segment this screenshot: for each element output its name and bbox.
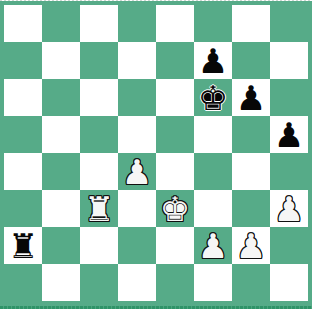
square-a5[interactable] bbox=[4, 116, 42, 153]
square-a2[interactable]: ♜ bbox=[4, 227, 42, 264]
piece-black-pawn[interactable]: ♟ bbox=[274, 118, 304, 152]
square-a8[interactable] bbox=[4, 5, 42, 42]
square-b7[interactable] bbox=[42, 42, 80, 79]
square-b8[interactable] bbox=[42, 5, 80, 42]
square-c8[interactable] bbox=[80, 5, 118, 42]
square-b4[interactable] bbox=[42, 153, 80, 190]
piece-black-king[interactable]: ♚ bbox=[198, 81, 228, 115]
square-e7[interactable] bbox=[156, 42, 194, 79]
square-g6[interactable]: ♟ bbox=[232, 79, 270, 116]
square-g3[interactable] bbox=[232, 190, 270, 227]
square-e1[interactable] bbox=[156, 264, 194, 301]
square-d6[interactable] bbox=[118, 79, 156, 116]
square-c7[interactable] bbox=[80, 42, 118, 79]
square-e6[interactable] bbox=[156, 79, 194, 116]
square-g7[interactable] bbox=[232, 42, 270, 79]
square-c3[interactable]: ♜ bbox=[80, 190, 118, 227]
square-f3[interactable] bbox=[194, 190, 232, 227]
square-b6[interactable] bbox=[42, 79, 80, 116]
square-g5[interactable] bbox=[232, 116, 270, 153]
square-b3[interactable] bbox=[42, 190, 80, 227]
square-f2[interactable]: ♟ bbox=[194, 227, 232, 264]
square-b1[interactable] bbox=[42, 264, 80, 301]
square-d7[interactable] bbox=[118, 42, 156, 79]
square-h5[interactable]: ♟ bbox=[270, 116, 308, 153]
board-frame: ♟♚♟♟♟♜♚♟♜♟♟ bbox=[0, 1, 312, 306]
square-h6[interactable] bbox=[270, 79, 308, 116]
square-g4[interactable] bbox=[232, 153, 270, 190]
square-f1[interactable] bbox=[194, 264, 232, 301]
square-a4[interactable] bbox=[4, 153, 42, 190]
square-a3[interactable] bbox=[4, 190, 42, 227]
square-h4[interactable] bbox=[270, 153, 308, 190]
piece-white-king[interactable]: ♚ bbox=[160, 192, 190, 226]
square-h3[interactable]: ♟ bbox=[270, 190, 308, 227]
square-e5[interactable] bbox=[156, 116, 194, 153]
chess-diagram: ♟♚♟♟♟♜♚♟♜♟♟ bbox=[0, 0, 320, 309]
square-f4[interactable] bbox=[194, 153, 232, 190]
piece-white-rook[interactable]: ♜ bbox=[84, 192, 114, 226]
square-f7[interactable]: ♟ bbox=[194, 42, 232, 79]
square-c1[interactable] bbox=[80, 264, 118, 301]
piece-black-rook[interactable]: ♜ bbox=[8, 229, 38, 263]
square-d2[interactable] bbox=[118, 227, 156, 264]
piece-black-pawn[interactable]: ♟ bbox=[198, 44, 228, 78]
square-a7[interactable] bbox=[4, 42, 42, 79]
square-c2[interactable] bbox=[80, 227, 118, 264]
square-f8[interactable] bbox=[194, 5, 232, 42]
square-d5[interactable] bbox=[118, 116, 156, 153]
square-h2[interactable] bbox=[270, 227, 308, 264]
square-a1[interactable] bbox=[4, 264, 42, 301]
square-e8[interactable] bbox=[156, 5, 194, 42]
square-e3[interactable]: ♚ bbox=[156, 190, 194, 227]
square-d4[interactable]: ♟ bbox=[118, 153, 156, 190]
square-g1[interactable] bbox=[232, 264, 270, 301]
piece-black-pawn[interactable]: ♟ bbox=[236, 81, 266, 115]
piece-white-pawn[interactable]: ♟ bbox=[236, 229, 266, 263]
piece-white-pawn[interactable]: ♟ bbox=[122, 155, 152, 189]
piece-white-pawn[interactable]: ♟ bbox=[274, 192, 304, 226]
chess-board: ♟♚♟♟♟♜♚♟♜♟♟ bbox=[4, 5, 308, 301]
square-d1[interactable] bbox=[118, 264, 156, 301]
square-d8[interactable] bbox=[118, 5, 156, 42]
square-c5[interactable] bbox=[80, 116, 118, 153]
square-e4[interactable] bbox=[156, 153, 194, 190]
square-f5[interactable] bbox=[194, 116, 232, 153]
square-c6[interactable] bbox=[80, 79, 118, 116]
square-g8[interactable] bbox=[232, 5, 270, 42]
square-h7[interactable] bbox=[270, 42, 308, 79]
square-d3[interactable] bbox=[118, 190, 156, 227]
square-h8[interactable] bbox=[270, 5, 308, 42]
square-h1[interactable] bbox=[270, 264, 308, 301]
square-g2[interactable]: ♟ bbox=[232, 227, 270, 264]
square-b2[interactable] bbox=[42, 227, 80, 264]
square-f6[interactable]: ♚ bbox=[194, 79, 232, 116]
square-a6[interactable] bbox=[4, 79, 42, 116]
square-b5[interactable] bbox=[42, 116, 80, 153]
square-e2[interactable] bbox=[156, 227, 194, 264]
square-c4[interactable] bbox=[80, 153, 118, 190]
piece-white-pawn[interactable]: ♟ bbox=[198, 229, 228, 263]
